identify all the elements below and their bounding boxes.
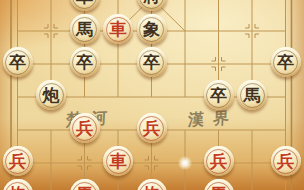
red-horse-glyph: 馬 xyxy=(76,185,93,190)
piece-black-soldier[interactable]: 卒 xyxy=(137,47,167,77)
red-soldier-glyph: 兵 xyxy=(210,152,227,169)
piece-red-soldier[interactable]: 兵 xyxy=(70,113,100,143)
black-soldier-glyph: 卒 xyxy=(277,53,294,70)
piece-red-soldier[interactable]: 兵 xyxy=(204,146,234,176)
red-cannon-glyph: 炮 xyxy=(9,185,26,190)
red-soldier-glyph: 兵 xyxy=(143,119,160,136)
piece-red-chariot[interactable]: 車 xyxy=(103,146,133,176)
black-soldier-glyph: 卒 xyxy=(210,86,227,103)
black-horse-glyph: 馬 xyxy=(76,20,93,37)
black-chariot-glyph: 車 xyxy=(76,0,93,4)
piece-black-soldier[interactable]: 卒 xyxy=(70,47,100,77)
piece-black-horse[interactable]: 馬 xyxy=(237,80,267,110)
black-soldier-glyph: 卒 xyxy=(143,53,160,70)
piece-black-horse[interactable]: 馬 xyxy=(70,14,100,44)
piece-black-soldier[interactable]: 卒 xyxy=(3,47,33,77)
black-cannon-glyph: 炮 xyxy=(43,86,60,103)
black-general-glyph: 將 xyxy=(143,0,160,4)
red-cannon-glyph: 炮 xyxy=(143,185,160,190)
piece-black-elephant[interactable]: 象 xyxy=(137,14,167,44)
red-horse-glyph: 馬 xyxy=(210,185,227,190)
black-horse-glyph: 馬 xyxy=(244,86,261,103)
red-chariot-glyph: 車 xyxy=(110,20,127,37)
river-label-han-border: 漢界 xyxy=(187,108,238,132)
red-soldier-glyph: 兵 xyxy=(277,152,294,169)
piece-black-soldier[interactable]: 卒 xyxy=(204,80,234,110)
piece-black-soldier[interactable]: 卒 xyxy=(271,47,301,77)
red-soldier-glyph: 兵 xyxy=(76,119,93,136)
xiangqi-board: 楚河 漢界 車將馬車象卒卒卒卒炮卒馬兵兵兵車兵兵炮馬炮馬 xyxy=(0,0,304,190)
red-chariot-glyph: 車 xyxy=(110,152,127,169)
black-soldier-glyph: 卒 xyxy=(9,53,26,70)
piece-red-soldier[interactable]: 兵 xyxy=(137,113,167,143)
sparkle-effect xyxy=(178,156,192,170)
piece-red-soldier[interactable]: 兵 xyxy=(271,146,301,176)
black-elephant-glyph: 象 xyxy=(143,20,160,37)
piece-red-chariot[interactable]: 車 xyxy=(103,14,133,44)
red-soldier-glyph: 兵 xyxy=(9,152,26,169)
black-soldier-glyph: 卒 xyxy=(76,53,93,70)
piece-black-cannon[interactable]: 炮 xyxy=(36,80,66,110)
piece-red-soldier[interactable]: 兵 xyxy=(3,146,33,176)
